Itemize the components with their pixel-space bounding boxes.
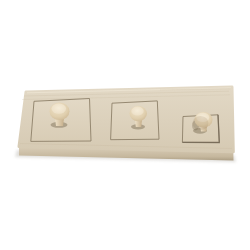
- medium-knob-top-face: [131, 107, 143, 116]
- slot-small-square: [182, 112, 219, 143]
- large-knob-top-face: [52, 103, 67, 113]
- puzzle-board-svg: [0, 0, 250, 250]
- product-photo-scene: [0, 0, 250, 250]
- knob-medium[interactable]: [130, 106, 147, 130]
- slot-medium-square: [111, 101, 159, 140]
- knob-large[interactable]: [50, 103, 70, 128]
- small-knob-shading: [193, 116, 209, 130]
- slot-large-square: [31, 99, 91, 142]
